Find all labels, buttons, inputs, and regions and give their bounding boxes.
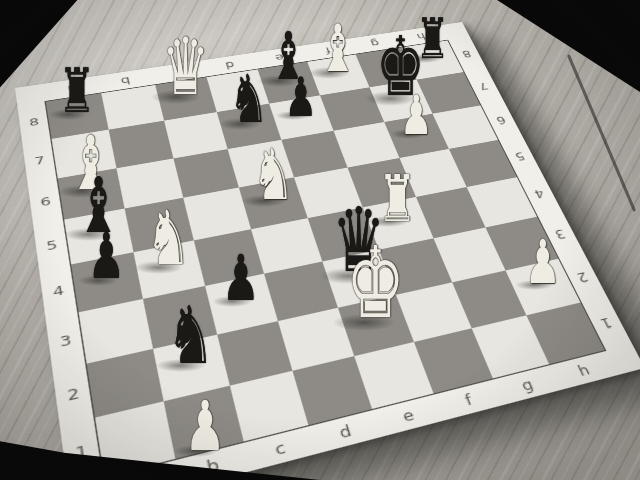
piece-black-pawn-e7[interactable]: ♟ bbox=[285, 70, 318, 124]
piece-black-pawn-a4[interactable]: ♟ bbox=[88, 226, 126, 289]
piece-black-knight-d7[interactable]: ♞ bbox=[229, 67, 269, 133]
piece-black-knight-b2[interactable]: ♞ bbox=[167, 295, 215, 375]
piece-black-pawn-c3[interactable]: ♟ bbox=[222, 248, 260, 312]
photo-dark-corner-top-right bbox=[488, 0, 640, 100]
piece-white-knight-b4[interactable]: ♞ bbox=[146, 202, 191, 277]
piece-white-pawn-offboard[interactable]: ♟ bbox=[184, 391, 225, 460]
piece-white-king-e2[interactable]: ♚ bbox=[346, 234, 405, 332]
piece-white-knight-d5[interactable]: ♞ bbox=[252, 140, 294, 210]
chess-photo-scene: abcdefgh8877665544332211abcdefgh ♜♛♝♝♜♞♟… bbox=[0, 0, 640, 480]
piece-white-bishop-f8[interactable]: ♝ bbox=[318, 17, 357, 82]
piece-white-queen-c8[interactable]: ♛ bbox=[162, 27, 209, 106]
piece-white-pawn-h2[interactable]: ♟ bbox=[525, 234, 561, 295]
piece-black-rook-a8[interactable]: ♜ bbox=[58, 62, 95, 124]
piece-white-pawn-g6[interactable]: ♟ bbox=[400, 89, 433, 143]
